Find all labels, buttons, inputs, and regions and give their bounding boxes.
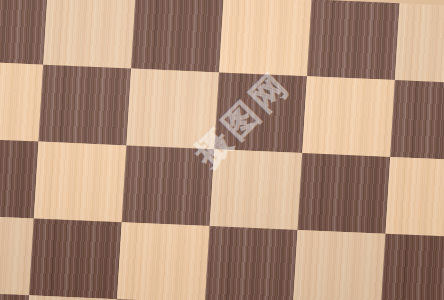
board-square [43,0,136,69]
board-square [307,0,400,80]
chessboard-photo: 摄图网 [0,0,444,300]
board-square [390,80,444,161]
chessboard [0,0,444,300]
board-square [131,0,224,72]
board-square [298,153,391,234]
board-square [210,149,303,230]
board-square [302,76,395,157]
board-square [205,226,298,300]
board-square [395,3,444,84]
board-square [214,72,307,153]
board-square [219,0,312,76]
board-square [0,215,34,296]
board-square [117,222,210,300]
board-square [126,69,219,150]
board-square [0,61,43,142]
board-square [0,0,48,65]
board-square [385,157,444,238]
board-square [293,230,386,300]
board-square [29,218,122,299]
board-square [122,145,215,226]
board-square [381,234,444,300]
board-square [0,138,39,219]
board-square [34,142,127,223]
board-square [39,65,132,146]
